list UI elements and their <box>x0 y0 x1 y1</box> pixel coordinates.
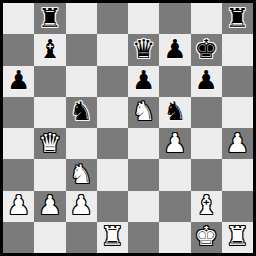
square-c4[interactable] <box>66 128 97 159</box>
white-pawn-h4[interactable]: ♟ <box>226 130 249 156</box>
square-c1[interactable] <box>66 222 97 253</box>
black-queen-e7[interactable]: ♛ <box>132 36 155 62</box>
square-e5[interactable]: ♞ <box>128 97 159 128</box>
square-h3[interactable] <box>222 159 253 190</box>
square-a1[interactable] <box>3 222 34 253</box>
white-pawn-f4[interactable]: ♟ <box>163 130 186 156</box>
square-c2[interactable]: ♟ <box>66 191 97 222</box>
square-d8[interactable] <box>97 3 128 34</box>
square-c7[interactable] <box>66 34 97 65</box>
square-e4[interactable] <box>128 128 159 159</box>
black-rook-b8[interactable]: ♜ <box>38 5 61 31</box>
black-king-g7[interactable]: ♚ <box>194 36 217 62</box>
square-h4[interactable]: ♟ <box>222 128 253 159</box>
square-a5[interactable] <box>3 97 34 128</box>
square-d5[interactable] <box>97 97 128 128</box>
white-rook-d1[interactable]: ♜ <box>101 223 124 249</box>
square-b7[interactable]: ♝ <box>34 34 65 65</box>
square-e7[interactable]: ♛ <box>128 34 159 65</box>
square-b4[interactable]: ♛ <box>34 128 65 159</box>
white-knight-e5[interactable]: ♞ <box>132 98 155 124</box>
square-g5[interactable] <box>191 97 222 128</box>
square-h6[interactable] <box>222 66 253 97</box>
square-e2[interactable] <box>128 191 159 222</box>
square-a8[interactable] <box>3 3 34 34</box>
square-h5[interactable] <box>222 97 253 128</box>
square-h7[interactable] <box>222 34 253 65</box>
square-c5[interactable]: ♞ <box>66 97 97 128</box>
square-g6[interactable]: ♟ <box>191 66 222 97</box>
square-b3[interactable] <box>34 159 65 190</box>
square-f5[interactable]: ♞ <box>159 97 190 128</box>
square-h8[interactable]: ♜ <box>222 3 253 34</box>
square-h2[interactable] <box>222 191 253 222</box>
white-pawn-b2[interactable]: ♟ <box>38 192 61 218</box>
square-f2[interactable] <box>159 191 190 222</box>
square-b1[interactable] <box>34 222 65 253</box>
square-g4[interactable] <box>191 128 222 159</box>
square-c8[interactable] <box>66 3 97 34</box>
square-g1[interactable]: ♚ <box>191 222 222 253</box>
square-g2[interactable]: ♝ <box>191 191 222 222</box>
black-pawn-f7[interactable]: ♟ <box>163 36 186 62</box>
white-pawn-a2[interactable]: ♟ <box>7 192 30 218</box>
square-g3[interactable] <box>191 159 222 190</box>
square-f6[interactable] <box>159 66 190 97</box>
white-knight-c3[interactable]: ♞ <box>69 161 92 187</box>
chess-board: ♜♜♝♛♟♚♟♟♟♞♞♞♛♟♟♞♟♟♟♝♜♚♜ <box>3 3 253 253</box>
square-d1[interactable]: ♜ <box>97 222 128 253</box>
square-d2[interactable] <box>97 191 128 222</box>
white-bishop-g2[interactable]: ♝ <box>194 192 217 218</box>
square-a6[interactable]: ♟ <box>3 66 34 97</box>
square-c6[interactable] <box>66 66 97 97</box>
white-queen-b4[interactable]: ♛ <box>38 130 61 156</box>
square-a4[interactable] <box>3 128 34 159</box>
square-b6[interactable] <box>34 66 65 97</box>
square-e1[interactable] <box>128 222 159 253</box>
square-a7[interactable] <box>3 34 34 65</box>
square-g7[interactable]: ♚ <box>191 34 222 65</box>
white-king-g1[interactable]: ♚ <box>194 223 217 249</box>
white-rook-h1[interactable]: ♜ <box>226 223 249 249</box>
square-h1[interactable]: ♜ <box>222 222 253 253</box>
black-pawn-a6[interactable]: ♟ <box>7 67 30 93</box>
black-knight-f5[interactable]: ♞ <box>163 98 186 124</box>
chess-board-frame: ♜♜♝♛♟♚♟♟♟♞♞♞♛♟♟♞♟♟♟♝♜♚♜ <box>0 0 256 256</box>
square-a3[interactable] <box>3 159 34 190</box>
square-d7[interactable] <box>97 34 128 65</box>
square-b8[interactable]: ♜ <box>34 3 65 34</box>
square-d3[interactable] <box>97 159 128 190</box>
square-f8[interactable] <box>159 3 190 34</box>
black-bishop-b7[interactable]: ♝ <box>38 36 61 62</box>
square-d6[interactable] <box>97 66 128 97</box>
square-b5[interactable] <box>34 97 65 128</box>
square-a2[interactable]: ♟ <box>3 191 34 222</box>
square-f4[interactable]: ♟ <box>159 128 190 159</box>
square-e3[interactable] <box>128 159 159 190</box>
black-pawn-g6[interactable]: ♟ <box>194 67 217 93</box>
square-g8[interactable] <box>191 3 222 34</box>
square-f1[interactable] <box>159 222 190 253</box>
black-pawn-e6[interactable]: ♟ <box>132 67 155 93</box>
black-knight-c5[interactable]: ♞ <box>69 98 92 124</box>
black-rook-h8[interactable]: ♜ <box>226 5 249 31</box>
square-f3[interactable] <box>159 159 190 190</box>
square-d4[interactable] <box>97 128 128 159</box>
square-c3[interactable]: ♞ <box>66 159 97 190</box>
white-pawn-c2[interactable]: ♟ <box>69 192 92 218</box>
square-e6[interactable]: ♟ <box>128 66 159 97</box>
square-e8[interactable] <box>128 3 159 34</box>
square-f7[interactable]: ♟ <box>159 34 190 65</box>
square-b2[interactable]: ♟ <box>34 191 65 222</box>
